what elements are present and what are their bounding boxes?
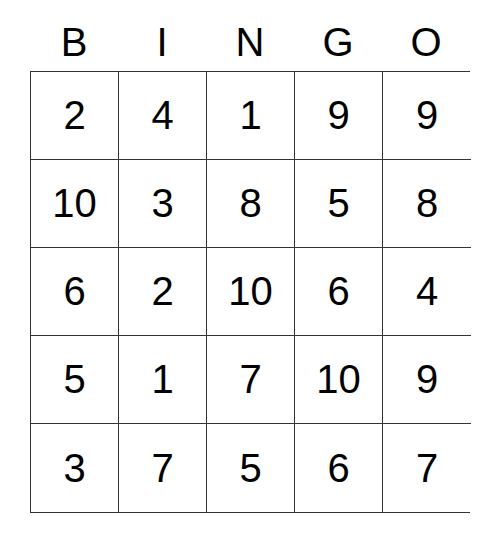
bingo-cell-r3c4[interactable]: 6: [295, 248, 383, 336]
bingo-cell-r3c3[interactable]: 10: [207, 248, 295, 336]
bingo-cell-r2c3[interactable]: 8: [207, 160, 295, 248]
header-letter-b: B: [30, 22, 118, 62]
bingo-cell-r4c2[interactable]: 1: [119, 336, 207, 424]
bingo-header: BINGO: [30, 22, 470, 59]
bingo-board: 2419910385862106451710937567: [30, 71, 470, 513]
bingo-cell-r1c4[interactable]: 9: [295, 72, 383, 160]
bingo-card: BINGO 2419910385862106451710937567: [30, 0, 470, 513]
bingo-cell-r2c4[interactable]: 5: [295, 160, 383, 248]
bingo-cell-r5c4[interactable]: 6: [295, 424, 383, 512]
bingo-cell-r4c3[interactable]: 7: [207, 336, 295, 424]
bingo-cell-r1c2[interactable]: 4: [119, 72, 207, 160]
bingo-cell-r3c1[interactable]: 6: [31, 248, 119, 336]
bingo-cell-r1c5[interactable]: 9: [383, 72, 471, 160]
bingo-cell-r2c1[interactable]: 10: [31, 160, 119, 248]
bingo-cell-r5c5[interactable]: 7: [383, 424, 471, 512]
bingo-cell-r4c4[interactable]: 10: [295, 336, 383, 424]
bingo-cell-r5c3[interactable]: 5: [207, 424, 295, 512]
bingo-cell-r2c2[interactable]: 3: [119, 160, 207, 248]
header-letter-o: O: [382, 22, 470, 62]
header-letter-g: G: [294, 22, 382, 62]
bingo-cell-r5c2[interactable]: 7: [119, 424, 207, 512]
header-letter-i: I: [118, 22, 206, 62]
bingo-cell-r3c2[interactable]: 2: [119, 248, 207, 336]
bingo-cell-r1c3[interactable]: 1: [207, 72, 295, 160]
bingo-cell-r4c5[interactable]: 9: [383, 336, 471, 424]
bingo-cell-r3c5[interactable]: 4: [383, 248, 471, 336]
bingo-cell-r1c1[interactable]: 2: [31, 72, 119, 160]
header-letter-n: N: [206, 22, 294, 62]
bingo-cell-r4c1[interactable]: 5: [31, 336, 119, 424]
bingo-cell-r2c5[interactable]: 8: [383, 160, 471, 248]
bingo-cell-r5c1[interactable]: 3: [31, 424, 119, 512]
